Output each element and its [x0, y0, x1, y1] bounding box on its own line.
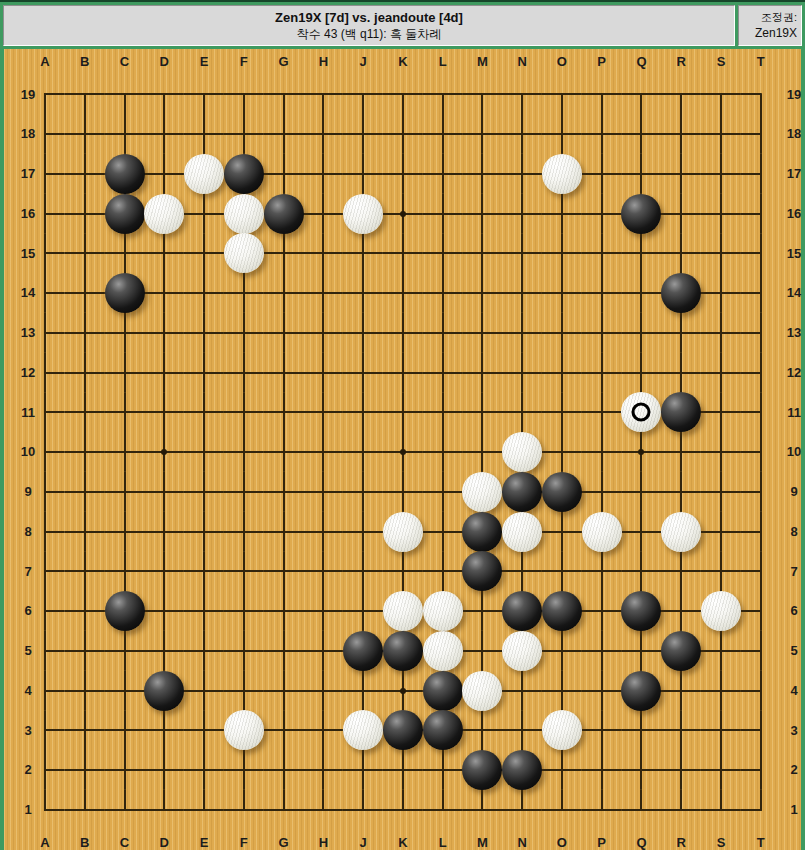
- intersection-H2[interactable]: [303, 750, 343, 790]
- intersection-P17[interactable]: [582, 154, 622, 194]
- intersection-S8[interactable]: [701, 512, 741, 552]
- intersection-F6[interactable]: [224, 591, 264, 631]
- intersection-A2[interactable]: [25, 750, 65, 790]
- intersection-O3[interactable]: [542, 711, 582, 751]
- intersection-N17[interactable]: [502, 154, 542, 194]
- intersection-H6[interactable]: [303, 591, 343, 631]
- intersection-C18[interactable]: [105, 114, 145, 154]
- intersection-K19[interactable]: [383, 75, 423, 115]
- intersection-E17[interactable]: [184, 154, 224, 194]
- intersection-D13[interactable]: [144, 313, 184, 353]
- intersection-N4[interactable]: [502, 671, 542, 711]
- intersection-J11[interactable]: [343, 393, 383, 433]
- intersection-H11[interactable]: [303, 393, 343, 433]
- intersection-Q10[interactable]: [622, 432, 662, 472]
- intersection-O5[interactable]: [542, 631, 582, 671]
- intersection-N12[interactable]: [502, 353, 542, 393]
- intersection-N6[interactable]: [502, 591, 542, 631]
- intersection-D9[interactable]: [144, 472, 184, 512]
- intersection-N8[interactable]: [502, 512, 542, 552]
- intersection-J2[interactable]: [343, 750, 383, 790]
- intersection-M10[interactable]: [463, 432, 503, 472]
- intersection-A10[interactable]: [25, 432, 65, 472]
- intersection-H3[interactable]: [303, 711, 343, 751]
- intersection-F19[interactable]: [224, 75, 264, 115]
- intersection-E1[interactable]: [184, 790, 224, 830]
- intersection-A16[interactable]: [25, 194, 65, 234]
- intersection-E19[interactable]: [184, 75, 224, 115]
- intersection-H13[interactable]: [303, 313, 343, 353]
- intersection-P6[interactable]: [582, 591, 622, 631]
- intersection-B5[interactable]: [65, 631, 105, 671]
- intersection-R12[interactable]: [661, 353, 701, 393]
- intersection-D3[interactable]: [144, 711, 184, 751]
- intersection-L7[interactable]: [423, 552, 463, 592]
- intersection-T1[interactable]: [741, 790, 781, 830]
- intersection-B18[interactable]: [65, 114, 105, 154]
- intersection-O13[interactable]: [542, 313, 582, 353]
- intersection-L17[interactable]: [423, 154, 463, 194]
- intersection-J9[interactable]: [343, 472, 383, 512]
- intersection-E16[interactable]: [184, 194, 224, 234]
- intersection-E6[interactable]: [184, 591, 224, 631]
- intersection-L5[interactable]: [423, 631, 463, 671]
- intersection-K9[interactable]: [383, 472, 423, 512]
- intersection-J18[interactable]: [343, 114, 383, 154]
- intersection-R18[interactable]: [661, 114, 701, 154]
- intersection-K5[interactable]: [383, 631, 423, 671]
- intersection-L11[interactable]: [423, 393, 463, 433]
- intersection-P8[interactable]: [582, 512, 622, 552]
- intersection-Q5[interactable]: [622, 631, 662, 671]
- intersection-T3[interactable]: [741, 711, 781, 751]
- intersection-F7[interactable]: [224, 552, 264, 592]
- intersection-R19[interactable]: [661, 75, 701, 115]
- intersection-K4[interactable]: [383, 671, 423, 711]
- intersection-D6[interactable]: [144, 591, 184, 631]
- intersection-Q11[interactable]: [622, 393, 662, 433]
- intersection-S4[interactable]: [701, 671, 741, 711]
- intersection-N10[interactable]: [502, 432, 542, 472]
- intersection-D14[interactable]: [144, 273, 184, 313]
- intersection-H12[interactable]: [303, 353, 343, 393]
- intersection-F10[interactable]: [224, 432, 264, 472]
- intersection-G2[interactable]: [264, 750, 304, 790]
- intersection-P16[interactable]: [582, 194, 622, 234]
- intersection-E11[interactable]: [184, 393, 224, 433]
- intersection-B9[interactable]: [65, 472, 105, 512]
- intersection-C7[interactable]: [105, 552, 145, 592]
- intersection-H18[interactable]: [303, 114, 343, 154]
- intersection-R4[interactable]: [661, 671, 701, 711]
- intersection-D18[interactable]: [144, 114, 184, 154]
- intersection-M12[interactable]: [463, 353, 503, 393]
- intersection-C10[interactable]: [105, 432, 145, 472]
- intersection-M7[interactable]: [463, 552, 503, 592]
- intersection-P2[interactable]: [582, 750, 622, 790]
- intersection-E13[interactable]: [184, 313, 224, 353]
- intersection-D7[interactable]: [144, 552, 184, 592]
- intersection-C16[interactable]: [105, 194, 145, 234]
- intersection-A5[interactable]: [25, 631, 65, 671]
- intersection-B19[interactable]: [65, 75, 105, 115]
- intersection-N5[interactable]: [502, 631, 542, 671]
- intersection-M17[interactable]: [463, 154, 503, 194]
- intersection-J15[interactable]: [343, 234, 383, 274]
- intersection-L3[interactable]: [423, 711, 463, 751]
- intersection-L6[interactable]: [423, 591, 463, 631]
- intersection-D4[interactable]: [144, 671, 184, 711]
- intersection-S9[interactable]: [701, 472, 741, 512]
- intersection-G19[interactable]: [264, 75, 304, 115]
- intersection-B3[interactable]: [65, 711, 105, 751]
- intersection-K18[interactable]: [383, 114, 423, 154]
- intersection-R11[interactable]: [661, 393, 701, 433]
- intersection-S3[interactable]: [701, 711, 741, 751]
- intersection-C4[interactable]: [105, 671, 145, 711]
- intersection-D10[interactable]: [144, 432, 184, 472]
- intersection-Q19[interactable]: [622, 75, 662, 115]
- intersection-L18[interactable]: [423, 114, 463, 154]
- intersection-L16[interactable]: [423, 194, 463, 234]
- intersection-S7[interactable]: [701, 552, 741, 592]
- intersection-G3[interactable]: [264, 711, 304, 751]
- intersection-J19[interactable]: [343, 75, 383, 115]
- intersection-H15[interactable]: [303, 234, 343, 274]
- intersection-K3[interactable]: [383, 711, 423, 751]
- intersection-P14[interactable]: [582, 273, 622, 313]
- intersection-B6[interactable]: [65, 591, 105, 631]
- intersection-A7[interactable]: [25, 552, 65, 592]
- intersection-Q6[interactable]: [622, 591, 662, 631]
- intersection-C8[interactable]: [105, 512, 145, 552]
- intersection-B4[interactable]: [65, 671, 105, 711]
- intersection-C1[interactable]: [105, 790, 145, 830]
- intersection-B8[interactable]: [65, 512, 105, 552]
- intersection-T7[interactable]: [741, 552, 781, 592]
- intersection-Q7[interactable]: [622, 552, 662, 592]
- intersection-S5[interactable]: [701, 631, 741, 671]
- intersection-L10[interactable]: [423, 432, 463, 472]
- intersection-E2[interactable]: [184, 750, 224, 790]
- intersection-L13[interactable]: [423, 313, 463, 353]
- intersection-A1[interactable]: [25, 790, 65, 830]
- intersection-N3[interactable]: [502, 711, 542, 751]
- intersection-P19[interactable]: [582, 75, 622, 115]
- intersection-F13[interactable]: [224, 313, 264, 353]
- intersection-J3[interactable]: [343, 711, 383, 751]
- intersection-B14[interactable]: [65, 273, 105, 313]
- intersection-B10[interactable]: [65, 432, 105, 472]
- intersection-T18[interactable]: [741, 114, 781, 154]
- intersection-R15[interactable]: [661, 234, 701, 274]
- intersection-G17[interactable]: [264, 154, 304, 194]
- intersection-G13[interactable]: [264, 313, 304, 353]
- intersection-T15[interactable]: [741, 234, 781, 274]
- intersection-L4[interactable]: [423, 671, 463, 711]
- intersection-P7[interactable]: [582, 552, 622, 592]
- intersection-G9[interactable]: [264, 472, 304, 512]
- intersection-R3[interactable]: [661, 711, 701, 751]
- intersection-C14[interactable]: [105, 273, 145, 313]
- intersection-N19[interactable]: [502, 75, 542, 115]
- intersection-H5[interactable]: [303, 631, 343, 671]
- intersection-F8[interactable]: [224, 512, 264, 552]
- intersection-A19[interactable]: [25, 75, 65, 115]
- intersection-C12[interactable]: [105, 353, 145, 393]
- intersection-E7[interactable]: [184, 552, 224, 592]
- intersection-T16[interactable]: [741, 194, 781, 234]
- intersection-S12[interactable]: [701, 353, 741, 393]
- intersection-B15[interactable]: [65, 234, 105, 274]
- intersection-K13[interactable]: [383, 313, 423, 353]
- intersection-M15[interactable]: [463, 234, 503, 274]
- intersection-J10[interactable]: [343, 432, 383, 472]
- intersection-O2[interactable]: [542, 750, 582, 790]
- intersection-N15[interactable]: [502, 234, 542, 274]
- intersection-C2[interactable]: [105, 750, 145, 790]
- intersection-T10[interactable]: [741, 432, 781, 472]
- intersection-M13[interactable]: [463, 313, 503, 353]
- intersection-P11[interactable]: [582, 393, 622, 433]
- intersection-F18[interactable]: [224, 114, 264, 154]
- intersection-G1[interactable]: [264, 790, 304, 830]
- intersection-T14[interactable]: [741, 273, 781, 313]
- intersection-E14[interactable]: [184, 273, 224, 313]
- intersection-J14[interactable]: [343, 273, 383, 313]
- intersection-G14[interactable]: [264, 273, 304, 313]
- intersection-A11[interactable]: [25, 393, 65, 433]
- intersection-D15[interactable]: [144, 234, 184, 274]
- intersection-N1[interactable]: [502, 790, 542, 830]
- intersection-R8[interactable]: [661, 512, 701, 552]
- intersection-O11[interactable]: [542, 393, 582, 433]
- intersection-J16[interactable]: [343, 194, 383, 234]
- intersection-Q4[interactable]: [622, 671, 662, 711]
- intersection-M1[interactable]: [463, 790, 503, 830]
- intersection-O7[interactable]: [542, 552, 582, 592]
- intersection-R9[interactable]: [661, 472, 701, 512]
- intersection-S1[interactable]: [701, 790, 741, 830]
- intersection-O18[interactable]: [542, 114, 582, 154]
- intersection-P10[interactable]: [582, 432, 622, 472]
- intersection-C17[interactable]: [105, 154, 145, 194]
- intersection-B16[interactable]: [65, 194, 105, 234]
- intersection-O14[interactable]: [542, 273, 582, 313]
- intersection-E9[interactable]: [184, 472, 224, 512]
- intersection-D11[interactable]: [144, 393, 184, 433]
- intersection-G6[interactable]: [264, 591, 304, 631]
- intersection-F17[interactable]: [224, 154, 264, 194]
- intersection-J12[interactable]: [343, 353, 383, 393]
- intersection-D17[interactable]: [144, 154, 184, 194]
- intersection-D12[interactable]: [144, 353, 184, 393]
- intersection-F2[interactable]: [224, 750, 264, 790]
- intersection-K2[interactable]: [383, 750, 423, 790]
- intersection-F3[interactable]: [224, 711, 264, 751]
- intersection-R17[interactable]: [661, 154, 701, 194]
- intersection-J7[interactable]: [343, 552, 383, 592]
- intersection-G8[interactable]: [264, 512, 304, 552]
- intersection-G15[interactable]: [264, 234, 304, 274]
- intersection-A12[interactable]: [25, 353, 65, 393]
- intersection-C19[interactable]: [105, 75, 145, 115]
- intersection-T4[interactable]: [741, 671, 781, 711]
- intersection-S2[interactable]: [701, 750, 741, 790]
- intersection-K7[interactable]: [383, 552, 423, 592]
- intersection-D19[interactable]: [144, 75, 184, 115]
- intersection-P9[interactable]: [582, 472, 622, 512]
- intersection-P13[interactable]: [582, 313, 622, 353]
- intersection-T5[interactable]: [741, 631, 781, 671]
- intersection-N16[interactable]: [502, 194, 542, 234]
- intersection-A17[interactable]: [25, 154, 65, 194]
- intersection-O17[interactable]: [542, 154, 582, 194]
- intersection-G11[interactable]: [264, 393, 304, 433]
- intersection-S15[interactable]: [701, 234, 741, 274]
- intersection-F15[interactable]: [224, 234, 264, 274]
- intersection-L2[interactable]: [423, 750, 463, 790]
- intersection-G7[interactable]: [264, 552, 304, 592]
- intersection-E4[interactable]: [184, 671, 224, 711]
- intersection-D5[interactable]: [144, 631, 184, 671]
- intersection-Q8[interactable]: [622, 512, 662, 552]
- intersection-S10[interactable]: [701, 432, 741, 472]
- intersection-K17[interactable]: [383, 154, 423, 194]
- intersection-D8[interactable]: [144, 512, 184, 552]
- intersection-Q18[interactable]: [622, 114, 662, 154]
- intersection-G16[interactable]: [264, 194, 304, 234]
- intersection-M14[interactable]: [463, 273, 503, 313]
- intersection-N7[interactable]: [502, 552, 542, 592]
- intersection-N9[interactable]: [502, 472, 542, 512]
- intersection-H7[interactable]: [303, 552, 343, 592]
- intersection-P18[interactable]: [582, 114, 622, 154]
- intersection-R7[interactable]: [661, 552, 701, 592]
- intersection-E18[interactable]: [184, 114, 224, 154]
- intersection-Q2[interactable]: [622, 750, 662, 790]
- intersection-M9[interactable]: [463, 472, 503, 512]
- intersection-G18[interactable]: [264, 114, 304, 154]
- intersection-Q9[interactable]: [622, 472, 662, 512]
- intersection-J4[interactable]: [343, 671, 383, 711]
- intersection-L9[interactable]: [423, 472, 463, 512]
- intersection-Q16[interactable]: [622, 194, 662, 234]
- intersection-R2[interactable]: [661, 750, 701, 790]
- intersection-S19[interactable]: [701, 75, 741, 115]
- intersection-T13[interactable]: [741, 313, 781, 353]
- intersection-A8[interactable]: [25, 512, 65, 552]
- intersection-B12[interactable]: [65, 353, 105, 393]
- intersection-Q12[interactable]: [622, 353, 662, 393]
- intersection-E10[interactable]: [184, 432, 224, 472]
- intersection-P12[interactable]: [582, 353, 622, 393]
- intersection-Q13[interactable]: [622, 313, 662, 353]
- intersection-K1[interactable]: [383, 790, 423, 830]
- intersection-Q3[interactable]: [622, 711, 662, 751]
- intersection-P4[interactable]: [582, 671, 622, 711]
- intersection-O10[interactable]: [542, 432, 582, 472]
- intersection-J1[interactable]: [343, 790, 383, 830]
- intersection-H9[interactable]: [303, 472, 343, 512]
- intersection-F5[interactable]: [224, 631, 264, 671]
- intersection-B17[interactable]: [65, 154, 105, 194]
- intersection-B7[interactable]: [65, 552, 105, 592]
- intersection-L14[interactable]: [423, 273, 463, 313]
- intersection-E12[interactable]: [184, 353, 224, 393]
- intersection-A15[interactable]: [25, 234, 65, 274]
- intersection-L15[interactable]: [423, 234, 463, 274]
- intersection-Q15[interactable]: [622, 234, 662, 274]
- intersection-H14[interactable]: [303, 273, 343, 313]
- intersection-S13[interactable]: [701, 313, 741, 353]
- intersection-J8[interactable]: [343, 512, 383, 552]
- intersection-M11[interactable]: [463, 393, 503, 433]
- intersection-J5[interactable]: [343, 631, 383, 671]
- intersection-E8[interactable]: [184, 512, 224, 552]
- intersection-C9[interactable]: [105, 472, 145, 512]
- intersection-P15[interactable]: [582, 234, 622, 274]
- intersection-T9[interactable]: [741, 472, 781, 512]
- intersection-T6[interactable]: [741, 591, 781, 631]
- intersection-L8[interactable]: [423, 512, 463, 552]
- intersection-P5[interactable]: [582, 631, 622, 671]
- intersection-G4[interactable]: [264, 671, 304, 711]
- intersection-S11[interactable]: [701, 393, 741, 433]
- intersection-J13[interactable]: [343, 313, 383, 353]
- intersection-A9[interactable]: [25, 472, 65, 512]
- intersection-E5[interactable]: [184, 631, 224, 671]
- intersection-H17[interactable]: [303, 154, 343, 194]
- intersection-S18[interactable]: [701, 114, 741, 154]
- intersection-N14[interactable]: [502, 273, 542, 313]
- intersection-O6[interactable]: [542, 591, 582, 631]
- intersection-O16[interactable]: [542, 194, 582, 234]
- intersection-A4[interactable]: [25, 671, 65, 711]
- intersection-K14[interactable]: [383, 273, 423, 313]
- intersection-C5[interactable]: [105, 631, 145, 671]
- intersection-T8[interactable]: [741, 512, 781, 552]
- intersection-S16[interactable]: [701, 194, 741, 234]
- intersection-R5[interactable]: [661, 631, 701, 671]
- intersection-C13[interactable]: [105, 313, 145, 353]
- intersection-T2[interactable]: [741, 750, 781, 790]
- intersection-Q14[interactable]: [622, 273, 662, 313]
- intersection-O12[interactable]: [542, 353, 582, 393]
- intersection-B11[interactable]: [65, 393, 105, 433]
- intersection-F4[interactable]: [224, 671, 264, 711]
- intersection-T17[interactable]: [741, 154, 781, 194]
- intersection-A6[interactable]: [25, 591, 65, 631]
- intersection-D2[interactable]: [144, 750, 184, 790]
- intersection-O1[interactable]: [542, 790, 582, 830]
- intersection-Q17[interactable]: [622, 154, 662, 194]
- intersection-T11[interactable]: [741, 393, 781, 433]
- intersection-F1[interactable]: [224, 790, 264, 830]
- intersection-N13[interactable]: [502, 313, 542, 353]
- intersection-R1[interactable]: [661, 790, 701, 830]
- intersection-K12[interactable]: [383, 353, 423, 393]
- intersection-R6[interactable]: [661, 591, 701, 631]
- intersection-A13[interactable]: [25, 313, 65, 353]
- intersection-M8[interactable]: [463, 512, 503, 552]
- intersection-M3[interactable]: [463, 711, 503, 751]
- intersection-P3[interactable]: [582, 711, 622, 751]
- intersection-G5[interactable]: [264, 631, 304, 671]
- intersection-F14[interactable]: [224, 273, 264, 313]
- intersection-N2[interactable]: [502, 750, 542, 790]
- intersection-G12[interactable]: [264, 353, 304, 393]
